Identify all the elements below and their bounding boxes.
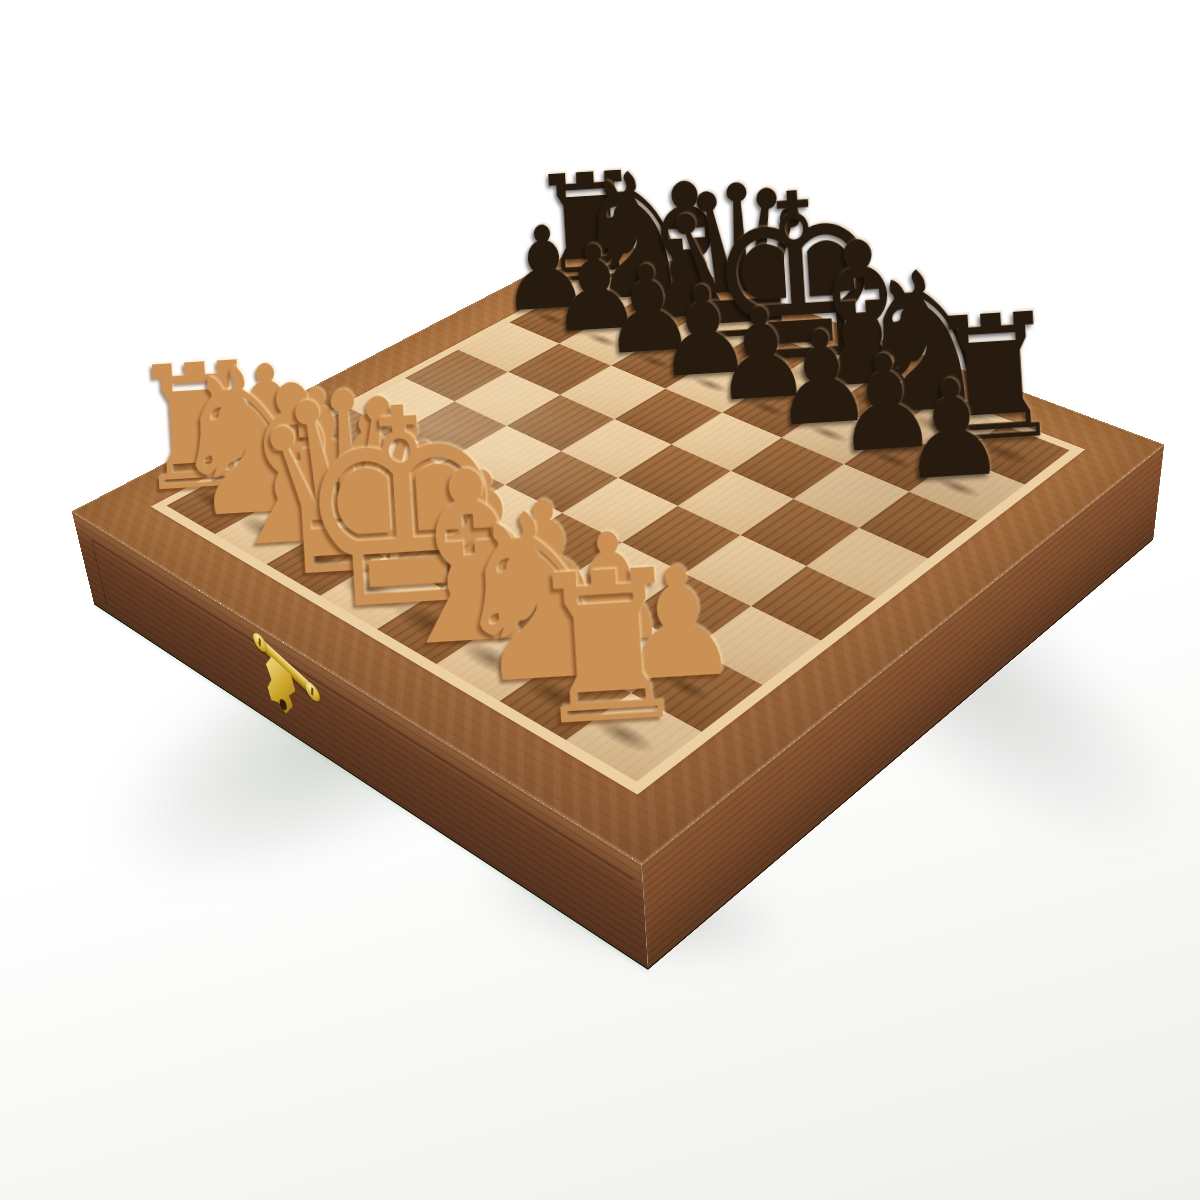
chess-box-set: ♜♞♝♛♚♝♞♜♟♟♟♟♟♟♟♟♟♟♟♟♟♟♟♟♜♞♝♛♚♝♞♜ (0, 0, 1200, 1200)
latch-screw-left (253, 629, 267, 656)
box-lid-top: ♜♞♝♛♚♝♞♜♟♟♟♟♟♟♟♟♟♟♟♟♟♟♟♟♜♞♝♛♚♝♞♜ (72, 236, 1165, 864)
latch-screw-right (305, 678, 320, 706)
photo-scene: ♜♞♝♛♚♝♞♜♟♟♟♟♟♟♟♟♟♟♟♟♟♟♟♟♜♞♝♛♚♝♞♜ (0, 0, 1200, 1200)
white-rook-glyph: ♜ (493, 539, 722, 757)
wooden-box: ♜♞♝♛♚♝♞♜♟♟♟♟♟♟♟♟♟♟♟♟♟♟♟♟♜♞♝♛♚♝♞♜ (72, 236, 1165, 864)
black-pawn-glyph: ♟ (877, 358, 1026, 500)
